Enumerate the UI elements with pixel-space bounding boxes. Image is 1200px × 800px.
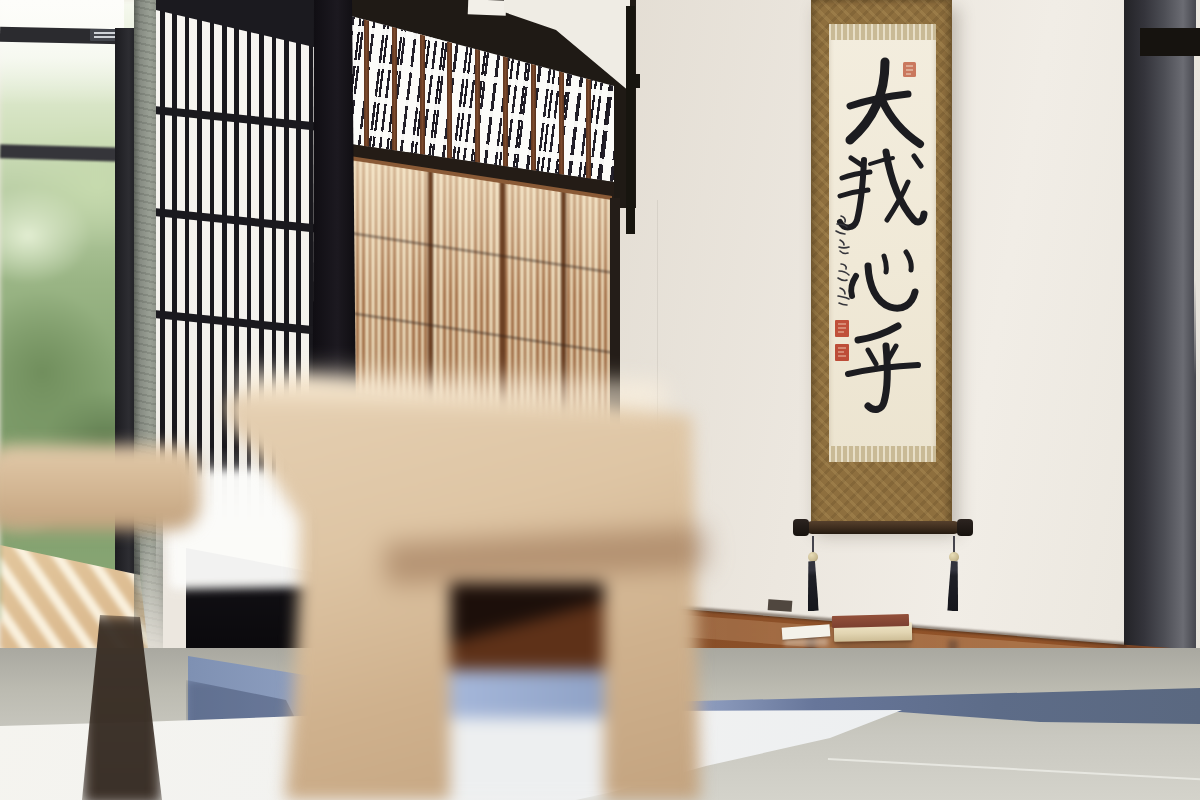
transom-right-post	[626, 6, 635, 234]
calligraphy-artwork	[829, 24, 936, 462]
wall-sliver-right-edge	[1194, 56, 1200, 376]
scroll-roller-knob-right	[957, 519, 973, 536]
blurred-chair-left-rail	[0, 445, 200, 530]
blurred-wooden-chair	[215, 370, 700, 800]
blind-wire	[350, 232, 615, 274]
paper-slip-reflection	[784, 638, 828, 646]
calligraphy-char-kokoro	[851, 252, 915, 308]
gap-blue-tatami	[450, 670, 604, 718]
wall-base-shadow-notch	[768, 599, 793, 612]
calligraphy-char-hei	[848, 326, 918, 409]
round-alcove-post	[1124, 0, 1196, 695]
fuchin-cord-left	[812, 536, 814, 553]
transom-wall-sliver	[468, 0, 507, 16]
book-cover	[832, 614, 909, 628]
transom-right-post-step	[626, 74, 640, 88]
scroll-roller-knob-left	[793, 519, 809, 536]
photo-japanese-room: 大我心平	[0, 0, 1200, 800]
window-bright-top	[0, 0, 124, 105]
gap-white-tatami	[450, 718, 604, 800]
ceiling-beam-right	[1140, 28, 1200, 56]
view-through-chair	[450, 583, 604, 800]
fuchin-bead-right	[949, 552, 959, 562]
fuchin-cord-right	[953, 536, 955, 553]
blind-wire	[350, 312, 615, 354]
scroll-roller-rod	[806, 521, 960, 534]
calligraphy-char-ga	[840, 152, 924, 227]
fuchin-bead-left	[808, 552, 818, 562]
